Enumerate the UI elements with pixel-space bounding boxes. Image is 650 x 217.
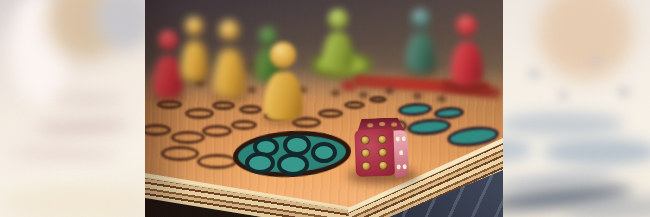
blur-band-right: [503, 0, 650, 217]
blur-band-left: [0, 0, 145, 217]
boardgame-photo-screenshot: [0, 0, 650, 217]
bokeh-ring-oval: [543, 138, 650, 166]
bokeh-dot: [591, 58, 601, 65]
bokeh-peach-blob: [538, 0, 633, 80]
photo-vignette: [145, 0, 503, 217]
bokeh-warm-base: [0, 185, 145, 217]
bokeh-mauve-streak: [35, 118, 131, 137]
bokeh-dot: [558, 92, 568, 99]
bokeh-dot: [618, 88, 630, 96]
bokeh-mauve-streak: [10, 146, 120, 162]
bokeh-dot: [528, 70, 540, 78]
bokeh-mauve-streak: [55, 95, 125, 105]
photo-center: [145, 0, 503, 217]
bokeh-ring-oval: [503, 138, 533, 162]
bokeh-ring-oval: [503, 112, 624, 136]
